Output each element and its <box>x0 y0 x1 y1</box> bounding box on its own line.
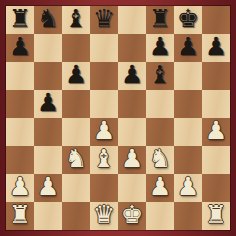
square-c3[interactable]: ♞ <box>62 146 90 174</box>
square-g3[interactable] <box>174 146 202 174</box>
black-rook-piece[interactable]: ♜ <box>149 5 171 33</box>
square-h4[interactable]: ♟ <box>202 118 230 146</box>
board-frame: ♜♞♝♛♜♚♟♟♟♟♟♟♝♟♟♟♞♝♟♞♟♟♟♟♜♛♚♜ <box>0 0 236 236</box>
white-knight-piece[interactable]: ♞ <box>149 145 171 173</box>
white-bishop-piece[interactable]: ♝ <box>93 145 115 173</box>
square-f5[interactable] <box>146 90 174 118</box>
square-d6[interactable] <box>90 62 118 90</box>
square-a5[interactable] <box>6 90 34 118</box>
square-e1[interactable]: ♚ <box>118 202 146 230</box>
square-b8[interactable]: ♞ <box>34 6 62 34</box>
square-c5[interactable] <box>62 90 90 118</box>
black-pawn-piece[interactable]: ♟ <box>205 33 227 61</box>
square-e3[interactable]: ♟ <box>118 146 146 174</box>
black-pawn-piece[interactable]: ♟ <box>121 61 143 89</box>
square-b2[interactable]: ♟ <box>34 174 62 202</box>
square-c4[interactable] <box>62 118 90 146</box>
square-e8[interactable] <box>118 6 146 34</box>
square-a1[interactable]: ♜ <box>6 202 34 230</box>
square-d5[interactable] <box>90 90 118 118</box>
square-d2[interactable] <box>90 174 118 202</box>
white-queen-piece[interactable]: ♛ <box>93 201 115 229</box>
square-h5[interactable] <box>202 90 230 118</box>
square-h1[interactable]: ♜ <box>202 202 230 230</box>
square-d4[interactable]: ♟ <box>90 118 118 146</box>
white-pawn-piece[interactable]: ♟ <box>93 117 115 145</box>
square-d8[interactable]: ♛ <box>90 6 118 34</box>
square-d1[interactable]: ♛ <box>90 202 118 230</box>
square-b3[interactable] <box>34 146 62 174</box>
square-b1[interactable] <box>34 202 62 230</box>
white-pawn-piece[interactable]: ♟ <box>9 173 31 201</box>
square-f1[interactable] <box>146 202 174 230</box>
square-b7[interactable] <box>34 34 62 62</box>
black-bishop-piece[interactable]: ♝ <box>149 61 171 89</box>
square-c2[interactable] <box>62 174 90 202</box>
square-c6[interactable]: ♟ <box>62 62 90 90</box>
square-a7[interactable]: ♟ <box>6 34 34 62</box>
square-c7[interactable] <box>62 34 90 62</box>
white-pawn-piece[interactable]: ♟ <box>37 173 59 201</box>
square-a6[interactable] <box>6 62 34 90</box>
black-pawn-piece[interactable]: ♟ <box>37 89 59 117</box>
chess-board: ♜♞♝♛♜♚♟♟♟♟♟♟♝♟♟♟♞♝♟♞♟♟♟♟♜♛♚♜ <box>6 6 230 230</box>
black-bishop-piece[interactable]: ♝ <box>65 5 87 33</box>
square-e6[interactable]: ♟ <box>118 62 146 90</box>
square-f4[interactable] <box>146 118 174 146</box>
square-e7[interactable] <box>118 34 146 62</box>
square-d7[interactable] <box>90 34 118 62</box>
square-h6[interactable] <box>202 62 230 90</box>
black-pawn-piece[interactable]: ♟ <box>177 33 199 61</box>
white-pawn-piece[interactable]: ♟ <box>177 173 199 201</box>
white-king-piece[interactable]: ♚ <box>121 201 143 229</box>
white-rook-piece[interactable]: ♜ <box>205 201 227 229</box>
square-a4[interactable] <box>6 118 34 146</box>
square-h2[interactable] <box>202 174 230 202</box>
black-pawn-piece[interactable]: ♟ <box>9 33 31 61</box>
square-g2[interactable]: ♟ <box>174 174 202 202</box>
square-g6[interactable] <box>174 62 202 90</box>
black-rook-piece[interactable]: ♜ <box>9 5 31 33</box>
square-f2[interactable]: ♟ <box>146 174 174 202</box>
square-h3[interactable] <box>202 146 230 174</box>
black-king-piece[interactable]: ♚ <box>177 5 199 33</box>
square-g5[interactable] <box>174 90 202 118</box>
square-f7[interactable]: ♟ <box>146 34 174 62</box>
square-b4[interactable] <box>34 118 62 146</box>
white-knight-piece[interactable]: ♞ <box>65 145 87 173</box>
square-g8[interactable]: ♚ <box>174 6 202 34</box>
black-knight-piece[interactable]: ♞ <box>37 5 59 33</box>
black-pawn-piece[interactable]: ♟ <box>149 33 171 61</box>
white-pawn-piece[interactable]: ♟ <box>205 117 227 145</box>
black-pawn-piece[interactable]: ♟ <box>65 61 87 89</box>
square-c1[interactable] <box>62 202 90 230</box>
white-pawn-piece[interactable]: ♟ <box>149 173 171 201</box>
square-g7[interactable]: ♟ <box>174 34 202 62</box>
square-g4[interactable] <box>174 118 202 146</box>
square-a3[interactable] <box>6 146 34 174</box>
square-f3[interactable]: ♞ <box>146 146 174 174</box>
square-g1[interactable] <box>174 202 202 230</box>
square-e5[interactable] <box>118 90 146 118</box>
square-d3[interactable]: ♝ <box>90 146 118 174</box>
black-queen-piece[interactable]: ♛ <box>93 5 115 33</box>
square-h8[interactable] <box>202 6 230 34</box>
square-e4[interactable] <box>118 118 146 146</box>
white-pawn-piece[interactable]: ♟ <box>121 145 143 173</box>
square-e2[interactable] <box>118 174 146 202</box>
white-rook-piece[interactable]: ♜ <box>9 201 31 229</box>
square-c8[interactable]: ♝ <box>62 6 90 34</box>
square-b5[interactable]: ♟ <box>34 90 62 118</box>
square-f6[interactable]: ♝ <box>146 62 174 90</box>
square-b6[interactable] <box>34 62 62 90</box>
square-a8[interactable]: ♜ <box>6 6 34 34</box>
square-a2[interactable]: ♟ <box>6 174 34 202</box>
square-h7[interactable]: ♟ <box>202 34 230 62</box>
square-f8[interactable]: ♜ <box>146 6 174 34</box>
